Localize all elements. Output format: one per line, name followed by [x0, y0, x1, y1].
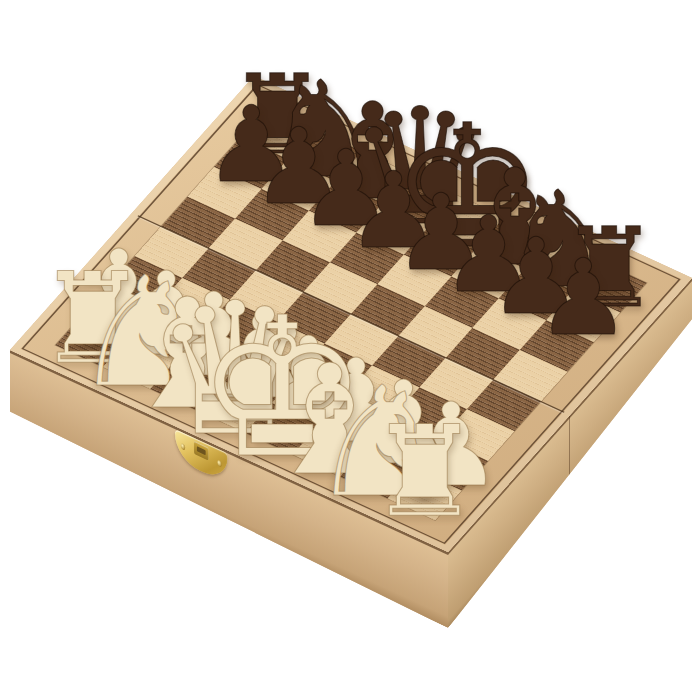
- piece-white-rook-h1[interactable]: ♜: [369, 409, 481, 534]
- pieces-layer: ♜♞♝♛♚♝♞♜♟♟♟♟♟♟♟♟♟♟♟♟♟♟♟♟♜♞♝♛♚♝♞♜: [0, 0, 700, 700]
- chess-set-photo: ♜♞♝♛♚♝♞♜♟♟♟♟♟♟♟♟♟♟♟♟♟♟♟♟♜♞♝♛♚♝♞♜: [0, 0, 700, 700]
- piece-black-pawn-h7[interactable]: ♟: [536, 247, 630, 352]
- fold-seam-side: [569, 415, 570, 492]
